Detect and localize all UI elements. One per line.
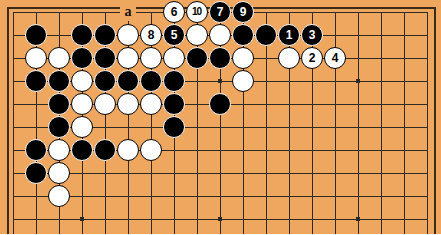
board-point-7-2: 8 — [140, 24, 163, 47]
board-point-15-7 — [324, 139, 347, 162]
black-stone — [71, 139, 93, 161]
board-point-13-4 — [278, 70, 301, 93]
white-stone — [48, 162, 70, 184]
board-point-12-9 — [255, 185, 278, 208]
board-point-6-10 — [117, 208, 140, 231]
board-point-19-8 — [416, 162, 439, 185]
board-point-5-3 — [94, 47, 117, 70]
board-point-14-3: 2 — [301, 47, 324, 70]
board-point-3-6 — [48, 116, 71, 139]
board-point-12-2 — [255, 24, 278, 47]
board-point-5-5 — [94, 93, 117, 116]
board-point-1-1 — [2, 1, 25, 24]
go-board: a61079851324 — [2, 1, 439, 231]
board-point-2-9 — [25, 185, 48, 208]
board-point-13-9 — [278, 185, 301, 208]
board-point-17-2 — [370, 24, 393, 47]
board-point-18-9 — [393, 185, 416, 208]
board-point-8-1: 6 — [163, 1, 186, 24]
black-stone — [163, 93, 185, 115]
board-point-11-7 — [232, 139, 255, 162]
board-point-13-10 — [278, 208, 301, 231]
white-stone — [71, 116, 93, 138]
board-point-18-5 — [393, 93, 416, 116]
board-point-12-3 — [255, 47, 278, 70]
board-point-10-4 — [209, 70, 232, 93]
white-stone — [117, 24, 139, 46]
board-point-8-8 — [163, 162, 186, 185]
board-point-9-1: 10 — [186, 1, 209, 24]
board-point-15-6 — [324, 116, 347, 139]
star-point — [356, 217, 360, 221]
board-point-18-8 — [393, 162, 416, 185]
board-point-5-8 — [94, 162, 117, 185]
board-point-9-3 — [186, 47, 209, 70]
board-point-1-7 — [2, 139, 25, 162]
board-point-1-9 — [2, 185, 25, 208]
board-point-10-5 — [209, 93, 232, 116]
board-point-14-7 — [301, 139, 324, 162]
black-stone — [163, 116, 185, 138]
board-point-1-4 — [2, 70, 25, 93]
board-point-10-2 — [209, 24, 232, 47]
white-stone — [140, 139, 162, 161]
board-point-6-8 — [117, 162, 140, 185]
board-point-1-6 — [2, 116, 25, 139]
board-point-2-7 — [25, 139, 48, 162]
board-point-13-6 — [278, 116, 301, 139]
board-point-10-1: 7 — [209, 1, 232, 24]
white-stone — [232, 47, 254, 69]
board-point-6-7 — [117, 139, 140, 162]
board-point-15-3: 4 — [324, 47, 347, 70]
board-point-11-1: 9 — [232, 1, 255, 24]
board-point-13-1 — [278, 1, 301, 24]
board-point-5-4 — [94, 70, 117, 93]
board-point-6-1: a — [117, 1, 140, 24]
board-point-12-6 — [255, 116, 278, 139]
white-stone — [209, 24, 231, 46]
board-point-7-4 — [140, 70, 163, 93]
board-point-14-8 — [301, 162, 324, 185]
board-point-9-9 — [186, 185, 209, 208]
board-point-10-8 — [209, 162, 232, 185]
board-point-15-2 — [324, 24, 347, 47]
board-point-5-1 — [94, 1, 117, 24]
board-point-9-10 — [186, 208, 209, 231]
black-stone — [209, 93, 231, 115]
board-point-14-4 — [301, 70, 324, 93]
board-point-13-8 — [278, 162, 301, 185]
white-stone-move-8: 8 — [140, 24, 162, 46]
board-point-9-4 — [186, 70, 209, 93]
board-point-6-5 — [117, 93, 140, 116]
board-point-12-10 — [255, 208, 278, 231]
go-diagram: a61079851324 — [0, 0, 441, 234]
black-stone — [94, 24, 116, 46]
board-point-16-5 — [347, 93, 370, 116]
board-point-16-9 — [347, 185, 370, 208]
board-point-19-2 — [416, 24, 439, 47]
board-point-13-7 — [278, 139, 301, 162]
white-stone — [186, 24, 208, 46]
board-point-10-10 — [209, 208, 232, 231]
board-point-3-7 — [48, 139, 71, 162]
board-point-5-10 — [94, 208, 117, 231]
board-point-1-3 — [2, 47, 25, 70]
board-point-16-6 — [347, 116, 370, 139]
white-stone — [232, 70, 254, 92]
board-point-18-2 — [393, 24, 416, 47]
board-point-7-3 — [140, 47, 163, 70]
board-point-7-9 — [140, 185, 163, 208]
white-stone — [71, 93, 93, 115]
board-point-4-7 — [71, 139, 94, 162]
board-point-19-4 — [416, 70, 439, 93]
board-point-3-2 — [48, 24, 71, 47]
board-point-5-9 — [94, 185, 117, 208]
board-point-11-10 — [232, 208, 255, 231]
board-point-3-1 — [48, 1, 71, 24]
board-point-9-2 — [186, 24, 209, 47]
black-stone — [48, 116, 70, 138]
black-stone — [186, 47, 208, 69]
board-point-11-3 — [232, 47, 255, 70]
point-label-a: a — [120, 3, 136, 21]
black-stone-move-1: 1 — [278, 24, 300, 46]
board-point-1-10 — [2, 208, 25, 231]
board-point-1-2 — [2, 24, 25, 47]
board-point-3-3 — [48, 47, 71, 70]
black-stone — [25, 162, 47, 184]
board-point-17-10 — [370, 208, 393, 231]
white-stone — [163, 47, 185, 69]
board-point-6-6 — [117, 116, 140, 139]
board-point-4-4 — [71, 70, 94, 93]
board-point-1-5 — [2, 93, 25, 116]
board-point-4-9 — [71, 185, 94, 208]
board-point-19-3 — [416, 47, 439, 70]
board-point-17-6 — [370, 116, 393, 139]
board-point-8-9 — [163, 185, 186, 208]
board-point-18-4 — [393, 70, 416, 93]
white-stone — [71, 70, 93, 92]
board-point-5-7 — [94, 139, 117, 162]
board-point-7-7 — [140, 139, 163, 162]
board-point-2-5 — [25, 93, 48, 116]
board-point-17-9 — [370, 185, 393, 208]
board-point-17-3 — [370, 47, 393, 70]
board-point-6-4 — [117, 70, 140, 93]
board-point-17-8 — [370, 162, 393, 185]
black-stone — [140, 70, 162, 92]
white-stone-move-2: 2 — [301, 47, 323, 69]
board-point-19-9 — [416, 185, 439, 208]
board-point-10-6 — [209, 116, 232, 139]
black-stone — [94, 139, 116, 161]
white-stone — [140, 93, 162, 115]
board-point-3-5 — [48, 93, 71, 116]
board-point-12-8 — [255, 162, 278, 185]
board-point-17-7 — [370, 139, 393, 162]
black-stone — [25, 24, 47, 46]
board-point-6-9 — [117, 185, 140, 208]
board-point-18-3 — [393, 47, 416, 70]
board-point-5-6 — [94, 116, 117, 139]
board-point-8-5 — [163, 93, 186, 116]
white-stone — [117, 47, 139, 69]
board-point-17-1 — [370, 1, 393, 24]
board-point-9-5 — [186, 93, 209, 116]
board-point-15-5 — [324, 93, 347, 116]
board-point-14-6 — [301, 116, 324, 139]
board-point-15-1 — [324, 1, 347, 24]
star-point — [218, 79, 222, 83]
board-point-14-2: 3 — [301, 24, 324, 47]
black-stone — [25, 139, 47, 161]
white-stone-move-4: 4 — [324, 47, 346, 69]
board-point-17-4 — [370, 70, 393, 93]
black-stone — [117, 70, 139, 92]
board-point-12-7 — [255, 139, 278, 162]
board-point-7-6 — [140, 116, 163, 139]
board-point-18-6 — [393, 116, 416, 139]
black-stone — [48, 70, 70, 92]
board-point-19-10 — [416, 208, 439, 231]
board-point-9-8 — [186, 162, 209, 185]
black-stone-move-7: 7 — [209, 1, 231, 23]
black-stone — [71, 24, 93, 46]
board-point-14-10 — [301, 208, 324, 231]
board-point-2-6 — [25, 116, 48, 139]
black-stone — [25, 70, 47, 92]
board-point-11-5 — [232, 93, 255, 116]
board-point-16-4 — [347, 70, 370, 93]
board-point-8-2: 5 — [163, 24, 186, 47]
board-point-11-4 — [232, 70, 255, 93]
board-point-12-5 — [255, 93, 278, 116]
board-point-16-1 — [347, 1, 370, 24]
board-point-2-1 — [25, 1, 48, 24]
white-stone — [48, 139, 70, 161]
board-point-2-3 — [25, 47, 48, 70]
board-point-7-8 — [140, 162, 163, 185]
black-stone — [209, 47, 231, 69]
board-point-7-5 — [140, 93, 163, 116]
board-point-18-7 — [393, 139, 416, 162]
board-point-16-7 — [347, 139, 370, 162]
board-point-16-10 — [347, 208, 370, 231]
black-stone-move-3: 3 — [301, 24, 323, 46]
board-point-8-7 — [163, 139, 186, 162]
board-point-16-2 — [347, 24, 370, 47]
board-point-2-10 — [25, 208, 48, 231]
star-point — [218, 217, 222, 221]
board-point-12-4 — [255, 70, 278, 93]
white-stone — [48, 47, 70, 69]
white-stone — [94, 93, 116, 115]
board-point-3-9 — [48, 185, 71, 208]
board-point-18-1 — [393, 1, 416, 24]
board-point-4-10 — [71, 208, 94, 231]
black-stone — [163, 70, 185, 92]
white-stone — [25, 47, 47, 69]
board-point-10-7 — [209, 139, 232, 162]
board-point-9-7 — [186, 139, 209, 162]
board-point-4-5 — [71, 93, 94, 116]
board-point-4-2 — [71, 24, 94, 47]
white-stone — [117, 139, 139, 161]
board-point-8-4 — [163, 70, 186, 93]
black-stone-move-9: 9 — [232, 1, 254, 23]
board-point-4-6 — [71, 116, 94, 139]
board-point-14-5 — [301, 93, 324, 116]
board-point-16-8 — [347, 162, 370, 185]
board-point-4-8 — [71, 162, 94, 185]
board-point-7-1 — [140, 1, 163, 24]
board-point-14-9 — [301, 185, 324, 208]
board-point-15-10 — [324, 208, 347, 231]
board-point-15-8 — [324, 162, 347, 185]
board-point-15-9 — [324, 185, 347, 208]
board-point-3-8 — [48, 162, 71, 185]
white-stone-move-6: 6 — [163, 1, 185, 23]
board-point-2-2 — [25, 24, 48, 47]
board-point-9-6 — [186, 116, 209, 139]
board-point-6-3 — [117, 47, 140, 70]
board-point-19-7 — [416, 139, 439, 162]
board-point-11-2 — [232, 24, 255, 47]
black-stone — [94, 47, 116, 69]
board-point-5-2 — [94, 24, 117, 47]
board-point-19-1 — [416, 1, 439, 24]
board-point-2-8 — [25, 162, 48, 185]
board-point-15-4 — [324, 70, 347, 93]
board-point-14-1 — [301, 1, 324, 24]
white-stone — [117, 93, 139, 115]
board-point-2-4 — [25, 70, 48, 93]
board-point-3-10 — [48, 208, 71, 231]
board-point-8-10 — [163, 208, 186, 231]
black-stone — [94, 70, 116, 92]
board-point-8-3 — [163, 47, 186, 70]
white-stone-move-10: 10 — [186, 1, 208, 23]
board-point-17-5 — [370, 93, 393, 116]
board-point-8-6 — [163, 116, 186, 139]
board-point-18-10 — [393, 208, 416, 231]
board-point-11-6 — [232, 116, 255, 139]
board-point-19-5 — [416, 93, 439, 116]
board-point-7-10 — [140, 208, 163, 231]
board-point-10-3 — [209, 47, 232, 70]
white-stone — [140, 47, 162, 69]
board-point-1-8 — [2, 162, 25, 185]
board-point-6-2 — [117, 24, 140, 47]
star-point — [356, 79, 360, 83]
board-point-4-1 — [71, 1, 94, 24]
board-point-11-9 — [232, 185, 255, 208]
board-point-10-9 — [209, 185, 232, 208]
board-point-13-3 — [278, 47, 301, 70]
board-point-13-5 — [278, 93, 301, 116]
white-stone — [278, 47, 300, 69]
board-point-3-4 — [48, 70, 71, 93]
board-point-13-2: 1 — [278, 24, 301, 47]
board-point-4-3 — [71, 47, 94, 70]
black-stone — [255, 24, 277, 46]
white-stone — [48, 185, 70, 207]
board-point-16-3 — [347, 47, 370, 70]
black-stone — [232, 24, 254, 46]
black-stone-move-5: 5 — [163, 24, 185, 46]
board-point-19-6 — [416, 116, 439, 139]
board-point-11-8 — [232, 162, 255, 185]
grid-lines-continuation — [2, 231, 439, 235]
board-point-12-1 — [255, 1, 278, 24]
star-point — [80, 217, 84, 221]
black-stone — [71, 47, 93, 69]
black-stone — [48, 93, 70, 115]
